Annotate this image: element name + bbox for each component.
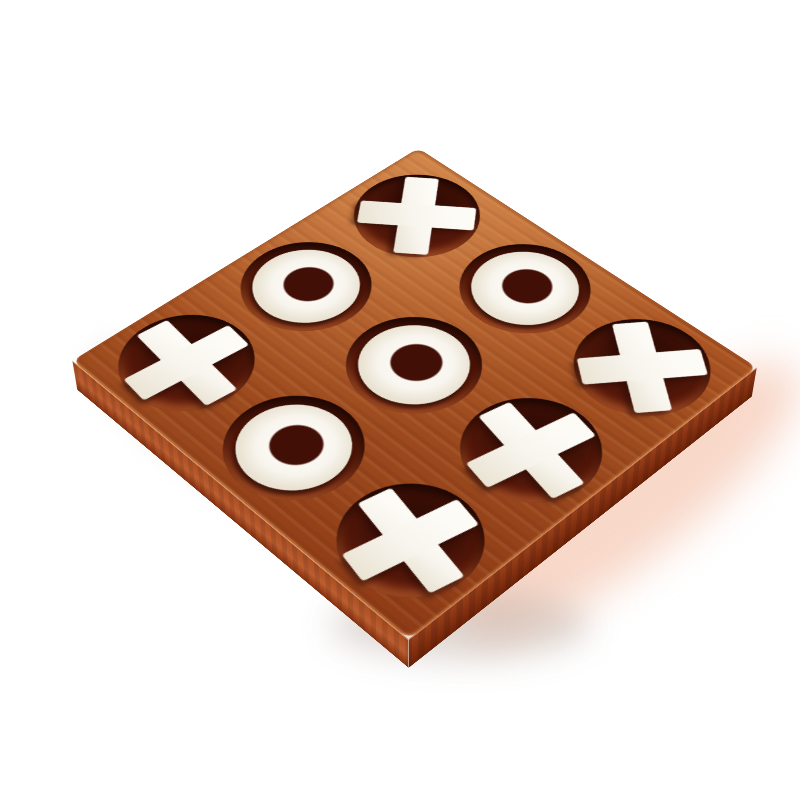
board-stage xyxy=(172,122,656,606)
piece-x[interactable] xyxy=(351,173,481,258)
piece-o[interactable] xyxy=(335,310,493,422)
tic-tac-toe-board-3d xyxy=(72,148,756,639)
board-top-face xyxy=(72,148,756,639)
photo-scene xyxy=(0,0,800,800)
piece-x[interactable] xyxy=(569,317,719,417)
